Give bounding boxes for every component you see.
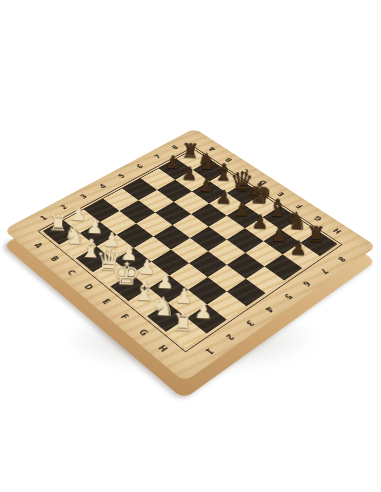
- square-b4[interactable]: [119, 200, 155, 223]
- black-pawn-b7[interactable]: ♟: [177, 164, 202, 183]
- square-b6[interactable]: [157, 180, 192, 202]
- square-b8[interactable]: [193, 160, 227, 181]
- chess-set-photo: ABCDEFGH ABCDEFGH 87654321 87654321 ♜♞♝♛…: [0, 0, 381, 492]
- tilt-wrapper: ABCDEFGH ABCDEFGH 87654321 87654321 ♜♞♝♛…: [0, 0, 381, 492]
- square-b5[interactable]: [139, 190, 174, 213]
- rank-label-5: 5: [109, 168, 134, 184]
- white-rook-h1[interactable]: ♜: [168, 310, 198, 336]
- square-b7[interactable]: [175, 170, 209, 192]
- square-e8[interactable]: [244, 194, 279, 217]
- square-e7[interactable]: [227, 205, 263, 228]
- black-pawn-h7[interactable]: ♟: [285, 238, 312, 258]
- rank-label-3: 3: [71, 188, 97, 205]
- square-c7[interactable]: [192, 181, 227, 203]
- square-e6[interactable]: [209, 216, 245, 240]
- black-pawn-d7[interactable]: ♟: [211, 187, 237, 206]
- square-c4[interactable]: [136, 213, 172, 237]
- rank-label-4: 4: [90, 178, 115, 195]
- rank-label-7: 7: [145, 149, 170, 165]
- square-c5[interactable]: [155, 202, 191, 225]
- perspective-container: ABCDEFGH ABCDEFGH 87654321 87654321 ♜♞♝♛…: [0, 0, 381, 492]
- rank-label-8: 8: [163, 140, 188, 155]
- square-d6[interactable]: [191, 203, 227, 226]
- square-d7[interactable]: [209, 193, 244, 216]
- square-d8[interactable]: [227, 183, 262, 205]
- chess-board: ABCDEFGH ABCDEFGH 87654321 87654321 ♜♞♝♛…: [4, 128, 377, 382]
- square-c6[interactable]: [174, 191, 209, 214]
- black-pawn-e7[interactable]: ♟: [229, 199, 255, 219]
- rank-label-6: 6: [127, 158, 152, 174]
- black-pawn-c7[interactable]: ♟: [194, 176, 220, 195]
- square-c8[interactable]: [210, 171, 244, 193]
- square-d5[interactable]: [172, 214, 208, 238]
